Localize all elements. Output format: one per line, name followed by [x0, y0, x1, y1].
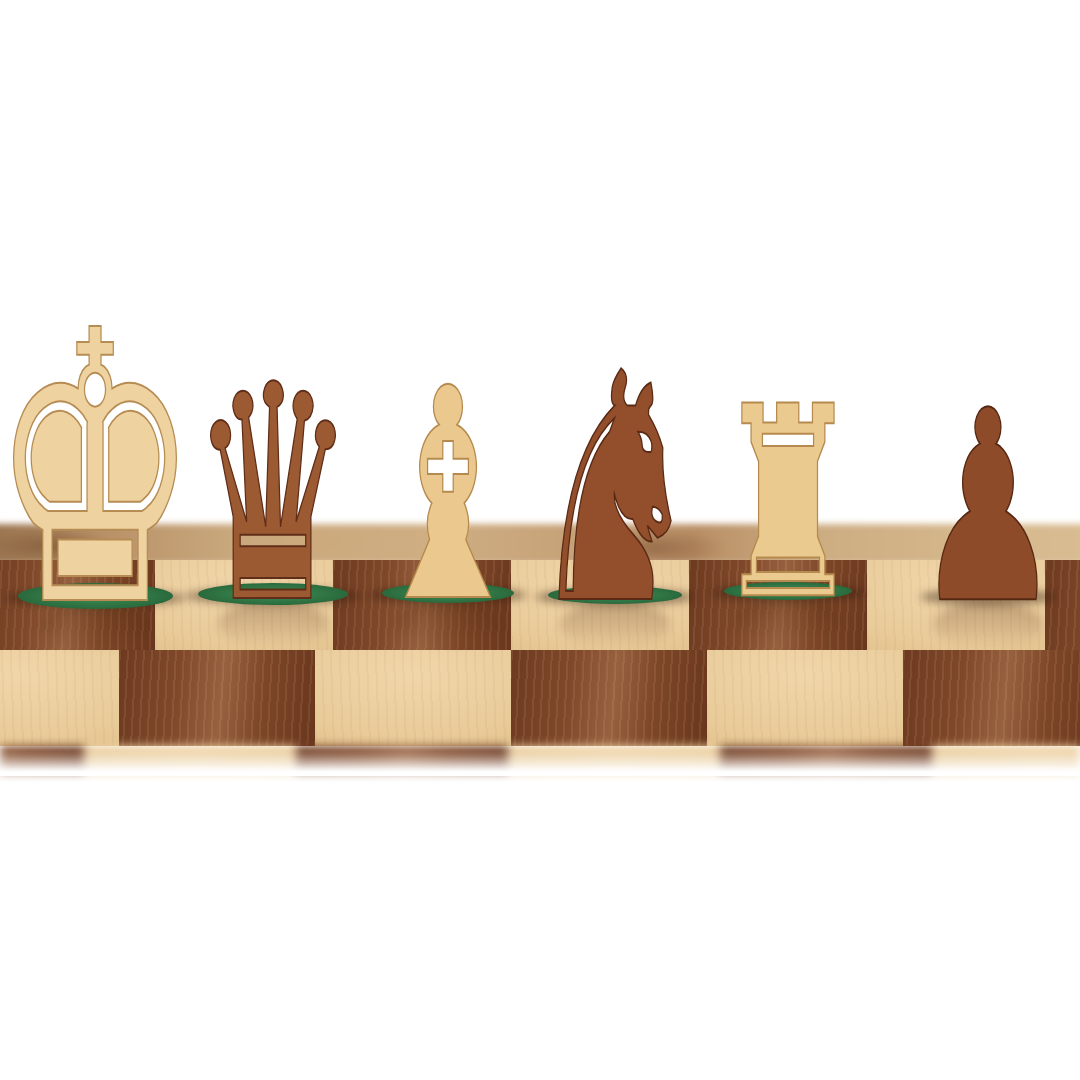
- board-square-dark: [903, 650, 1080, 746]
- board-near-edge-fade: [0, 750, 1080, 776]
- light-bishop-piece: ♝: [367, 350, 529, 642]
- dark-knight-piece: ♞: [527, 332, 703, 648]
- dark-pawn-piece: ♟: [915, 376, 1062, 640]
- product-photo-scene: ♚♛♝♞♜♟: [0, 0, 1080, 1080]
- dark-queen-piece: ♛: [190, 346, 356, 644]
- light-king-piece: ♚: [0, 283, 199, 658]
- board-square-light: [707, 650, 903, 746]
- light-rook-piece: ♜: [715, 372, 862, 636]
